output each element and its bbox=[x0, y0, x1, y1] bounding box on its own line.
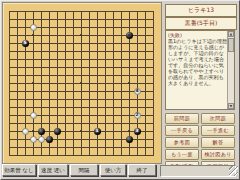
star-point bbox=[80, 82, 82, 84]
star-point bbox=[80, 34, 82, 36]
toolbar-button[interactable]: 効果音 なし bbox=[2, 164, 36, 176]
star-point bbox=[80, 130, 82, 132]
commentary-text: (失敗) 黒1のヒラキは下辺の理想形のように見える感じがしますが、下辺の目のない… bbox=[168, 32, 227, 108]
commentary-body: 黒1のヒラキは下辺の理想形のように見える感じがしますが、下辺の目のないハサミまで… bbox=[168, 38, 227, 86]
panel-button[interactable]: 解答 bbox=[201, 137, 235, 148]
star-point bbox=[128, 130, 130, 132]
side-panel: ヒラキ13 黒番(5手目) (失敗) 黒1のヒラキは下辺の理想形のように見える感… bbox=[163, 2, 238, 162]
toolbar-button[interactable]: 終了 bbox=[128, 164, 156, 176]
scroll-thumb[interactable] bbox=[228, 38, 234, 52]
white-stone bbox=[22, 128, 29, 135]
star-point bbox=[128, 34, 130, 36]
toolbar-button[interactable]: 間隔 bbox=[70, 164, 98, 176]
black-stone bbox=[126, 136, 133, 143]
white-stone: 2 bbox=[134, 112, 141, 119]
star-point bbox=[32, 82, 34, 84]
panel-button[interactable]: もう一度 bbox=[165, 149, 199, 160]
resize-grip-icon[interactable] bbox=[229, 166, 238, 176]
panel-button[interactable]: 次問題 bbox=[201, 113, 235, 124]
bottom-toolbar: 効果音 なし速度 遅い間隔使い方終了 bbox=[2, 164, 238, 177]
star-point bbox=[128, 82, 130, 84]
panel-button[interactable]: 一手戻る bbox=[165, 125, 199, 136]
black-stone: 3 bbox=[134, 128, 141, 135]
problem-title: ヒラキ13 bbox=[165, 4, 237, 17]
scrollbar[interactable]: ▲ ▼ bbox=[227, 31, 234, 109]
panel-button[interactable]: 参考図 bbox=[165, 137, 199, 148]
white-stone bbox=[38, 136, 45, 143]
star-point bbox=[32, 34, 34, 36]
commentary-box: (失敗) 黒1のヒラキは下辺の理想形のように見える感じがしますが、下辺の目のない… bbox=[165, 30, 235, 110]
toolbar-button[interactable]: 速度 遅い bbox=[38, 164, 68, 176]
panel-button[interactable]: 前問題 bbox=[165, 113, 199, 124]
black-stone bbox=[46, 136, 53, 143]
white-stone bbox=[30, 24, 37, 31]
black-stone bbox=[38, 128, 45, 135]
scroll-down-icon[interactable]: ▼ bbox=[228, 103, 234, 109]
white-stone bbox=[30, 136, 37, 143]
white-stone: 4 bbox=[134, 88, 141, 95]
scroll-up-icon[interactable]: ▲ bbox=[228, 31, 234, 37]
panel-button[interactable]: 一手進む bbox=[201, 125, 235, 136]
panel-button[interactable]: 検討図あり bbox=[201, 149, 235, 160]
black-stone: 5 bbox=[22, 40, 29, 47]
white-stone bbox=[30, 112, 37, 119]
status-bar bbox=[160, 165, 236, 177]
turn-indicator: 黒番(5手目) bbox=[165, 17, 237, 30]
go-board[interactable]: 54213 bbox=[2, 2, 162, 164]
toolbar-button[interactable]: 使い方 bbox=[100, 164, 126, 176]
black-stone bbox=[54, 128, 61, 135]
star-point bbox=[32, 130, 34, 132]
black-stone: 1 bbox=[94, 128, 101, 135]
